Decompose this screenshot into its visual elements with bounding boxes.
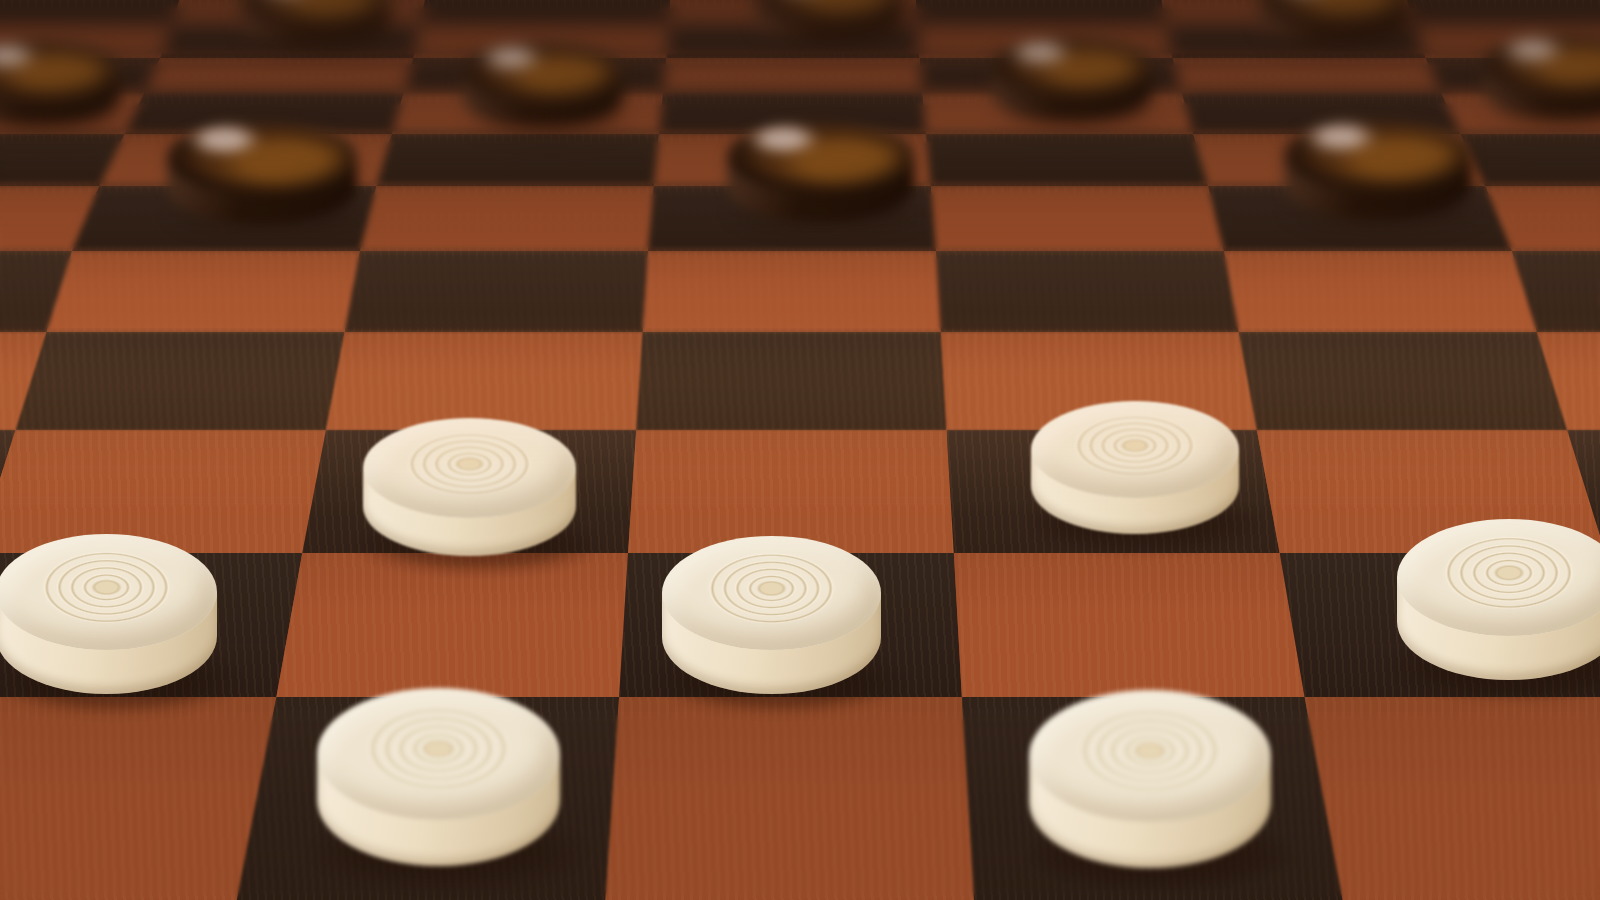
glossy-top-face: [727, 120, 914, 192]
white-man-g2[interactable]: [1397, 519, 1600, 680]
dark-man-e8[interactable]: [756, 0, 904, 42]
red-square-g1: [1305, 697, 1600, 900]
engraved-rings-top-face: [662, 536, 881, 650]
white-man-d1[interactable]: [317, 688, 560, 866]
engraved-rings-top-face: [1031, 401, 1239, 498]
white-man-d3[interactable]: [363, 418, 576, 556]
dark-man-b7[interactable]: [0, 40, 120, 126]
dark-man-h7[interactable]: [1484, 34, 1600, 120]
red-square-e1: [602, 697, 976, 900]
white-man-e2[interactable]: [662, 536, 881, 694]
red-square-c5: [47, 251, 361, 332]
glossy-top-face: [992, 37, 1152, 96]
dark-square-offboard: [916, 0, 1166, 24]
glossy-top-face: [463, 42, 623, 102]
engraved-rings-top-face: [1029, 690, 1271, 822]
dark-man-f7[interactable]: [992, 37, 1152, 122]
dark-square-g4[interactable]: [1239, 332, 1567, 430]
glossy-top-face: [167, 120, 357, 194]
red-square-e3: [628, 430, 954, 553]
red-square-e5: [643, 251, 941, 332]
red-square-f6: [931, 186, 1224, 251]
red-square-d4: [326, 332, 643, 430]
dark-man-c6[interactable]: [167, 120, 357, 224]
white-man-c2[interactable]: [0, 534, 217, 694]
dark-square-offboard: [0, 0, 179, 24]
red-square-d6: [360, 186, 654, 251]
dark-square-d7[interactable]: [377, 134, 660, 186]
dark-square-offboard: [1407, 0, 1600, 24]
checkers-board-photo: [0, 0, 1600, 900]
dark-square-c4[interactable]: [16, 332, 345, 430]
red-square-offboard: [1173, 58, 1441, 92]
engraved-rings-top-face: [317, 688, 560, 820]
dark-square-f5[interactable]: [936, 251, 1239, 332]
engraved-rings-top-face: [0, 534, 217, 650]
red-square-f2: [954, 553, 1305, 697]
red-square-offboard: [145, 58, 414, 92]
dark-square-f7[interactable]: [926, 134, 1208, 186]
glossy-top-face: [1284, 118, 1472, 190]
dark-square-d5[interactable]: [345, 251, 648, 332]
white-man-f3[interactable]: [1031, 401, 1239, 534]
white-man-f1[interactable]: [1029, 690, 1271, 868]
dark-man-g8[interactable]: [1260, 0, 1410, 44]
dark-man-g6[interactable]: [1284, 118, 1472, 220]
red-square-c1: [0, 697, 276, 900]
red-square-g5: [1224, 251, 1537, 332]
dark-square-e4[interactable]: [636, 332, 946, 430]
dark-man-e6[interactable]: [727, 120, 914, 222]
dark-man-c8[interactable]: [241, 0, 390, 46]
dark-square-offboard: [421, 0, 671, 24]
red-square-offboard: [663, 58, 922, 92]
dark-man-d7[interactable]: [463, 42, 623, 128]
engraved-rings-top-face: [363, 418, 576, 518]
red-square-d2: [276, 553, 628, 697]
